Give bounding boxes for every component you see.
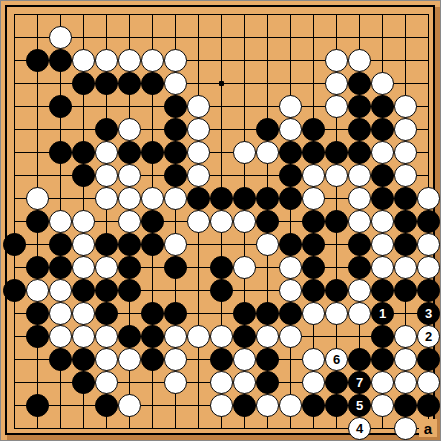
- black-stone: [325, 210, 348, 233]
- black-stone: [95, 302, 118, 325]
- go-board-diagram: 1326754a: [0, 0, 441, 441]
- white-stone: [118, 164, 141, 187]
- white-stone: [164, 325, 187, 348]
- white-stone: [279, 279, 302, 302]
- black-stone: [371, 187, 394, 210]
- white-stone: [95, 49, 118, 72]
- white-stone: [233, 141, 256, 164]
- black-stone: [26, 302, 49, 325]
- white-stone: [95, 348, 118, 371]
- white-stone: [371, 210, 394, 233]
- black-stone: [279, 141, 302, 164]
- black-stone: [348, 141, 371, 164]
- black-stone: [72, 72, 95, 95]
- black-stone: [164, 95, 187, 118]
- black-stone: [348, 118, 371, 141]
- white-stone: [302, 187, 325, 210]
- black-stone: [256, 118, 279, 141]
- black-stone: [210, 187, 233, 210]
- black-stone: [210, 279, 233, 302]
- white-stone: [348, 210, 371, 233]
- black-stone: [302, 256, 325, 279]
- white-stone: [325, 72, 348, 95]
- white-stone: [164, 72, 187, 95]
- white-stone: [256, 325, 279, 348]
- white-stone: [279, 95, 302, 118]
- black-stone: [256, 210, 279, 233]
- numbered-white-stone: 2: [417, 325, 440, 348]
- white-stone: [187, 141, 210, 164]
- white-stone: [187, 325, 210, 348]
- white-stone: [394, 118, 417, 141]
- white-stone: [233, 371, 256, 394]
- white-stone: [187, 210, 210, 233]
- black-stone: [279, 164, 302, 187]
- white-stone: [348, 164, 371, 187]
- white-stone: [279, 394, 302, 417]
- white-stone: [141, 49, 164, 72]
- black-stone: [302, 394, 325, 417]
- black-stone: [302, 279, 325, 302]
- white-stone: [394, 256, 417, 279]
- black-stone: [256, 371, 279, 394]
- white-stone: [325, 49, 348, 72]
- black-stone: [164, 141, 187, 164]
- white-stone: [118, 210, 141, 233]
- black-stone: [95, 72, 118, 95]
- black-stone: [72, 371, 95, 394]
- white-stone: [371, 394, 394, 417]
- white-stone: [233, 210, 256, 233]
- black-stone: [49, 348, 72, 371]
- black-stone: [164, 164, 187, 187]
- white-stone: [210, 394, 233, 417]
- black-stone: [118, 72, 141, 95]
- black-stone: [49, 95, 72, 118]
- black-stone: [302, 141, 325, 164]
- black-stone: [118, 325, 141, 348]
- numbered-white-stone: 4: [348, 417, 371, 440]
- white-stone: [118, 49, 141, 72]
- numbered-black-stone: 5: [348, 394, 371, 417]
- black-stone: [371, 279, 394, 302]
- black-stone: [187, 187, 210, 210]
- white-stone: [371, 141, 394, 164]
- white-stone: [164, 187, 187, 210]
- black-stone: [26, 394, 49, 417]
- white-stone: [256, 394, 279, 417]
- white-stone: [394, 371, 417, 394]
- white-stone: [49, 325, 72, 348]
- black-stone: [49, 233, 72, 256]
- black-stone: [371, 348, 394, 371]
- white-stone: [279, 256, 302, 279]
- black-stone: [95, 118, 118, 141]
- black-stone: [141, 72, 164, 95]
- white-stone: [164, 348, 187, 371]
- white-stone: [371, 371, 394, 394]
- white-stone: [394, 417, 417, 440]
- black-stone: [141, 141, 164, 164]
- white-stone: [210, 371, 233, 394]
- white-stone: [141, 187, 164, 210]
- white-stone: [302, 164, 325, 187]
- white-stone: [72, 210, 95, 233]
- white-stone: [371, 256, 394, 279]
- white-stone: [49, 302, 72, 325]
- black-stone: [49, 49, 72, 72]
- white-stone: [348, 302, 371, 325]
- black-stone: [72, 164, 95, 187]
- white-stone: [187, 118, 210, 141]
- black-stone: [210, 256, 233, 279]
- black-stone: [141, 210, 164, 233]
- white-stone: [187, 95, 210, 118]
- white-stone: [72, 49, 95, 72]
- black-stone: [325, 141, 348, 164]
- board-shadow-bottom: [7, 434, 440, 441]
- white-stone: [302, 371, 325, 394]
- grid-line-vertical: [290, 14, 291, 429]
- white-stone: [256, 233, 279, 256]
- white-stone: [394, 164, 417, 187]
- numbered-white-stone: 6: [325, 348, 348, 371]
- black-stone: [348, 72, 371, 95]
- white-stone: [72, 302, 95, 325]
- black-stone: [233, 187, 256, 210]
- black-stone: [302, 118, 325, 141]
- black-stone: [256, 348, 279, 371]
- black-stone: [26, 49, 49, 72]
- black-stone: [118, 141, 141, 164]
- white-stone: [394, 141, 417, 164]
- black-stone: [26, 325, 49, 348]
- black-stone: [3, 233, 26, 256]
- white-stone: [118, 348, 141, 371]
- white-stone: [256, 141, 279, 164]
- black-stone: [118, 233, 141, 256]
- white-stone: [164, 49, 187, 72]
- black-stone: [233, 394, 256, 417]
- black-stone: [233, 325, 256, 348]
- black-stone: [95, 233, 118, 256]
- black-stone: [417, 394, 440, 417]
- white-stone: [325, 302, 348, 325]
- black-stone: [141, 233, 164, 256]
- white-stone: [325, 164, 348, 187]
- black-stone: [371, 118, 394, 141]
- black-stone: [164, 118, 187, 141]
- point-label-a: a: [419, 419, 437, 437]
- black-stone: [348, 256, 371, 279]
- white-stone: [371, 233, 394, 256]
- white-stone: [417, 371, 440, 394]
- black-stone: [417, 348, 440, 371]
- black-stone: [141, 348, 164, 371]
- white-stone: [417, 187, 440, 210]
- white-stone: [210, 210, 233, 233]
- white-stone: [72, 233, 95, 256]
- black-stone: [26, 210, 49, 233]
- black-stone: [302, 210, 325, 233]
- white-stone: [95, 371, 118, 394]
- black-stone: [348, 233, 371, 256]
- white-stone: [118, 118, 141, 141]
- black-stone: [95, 279, 118, 302]
- white-stone: [49, 279, 72, 302]
- black-stone: [417, 210, 440, 233]
- white-stone: [118, 187, 141, 210]
- white-stone: [348, 49, 371, 72]
- star-point: [219, 81, 224, 86]
- white-stone: [348, 279, 371, 302]
- white-stone: [49, 210, 72, 233]
- white-stone: [394, 325, 417, 348]
- black-stone: [233, 302, 256, 325]
- black-stone: [394, 279, 417, 302]
- white-stone: [417, 233, 440, 256]
- black-stone: [325, 279, 348, 302]
- white-stone: [164, 233, 187, 256]
- black-stone: [118, 279, 141, 302]
- white-stone: [187, 164, 210, 187]
- black-stone: [95, 394, 118, 417]
- black-stone: [371, 164, 394, 187]
- black-stone: [141, 302, 164, 325]
- white-stone: [26, 279, 49, 302]
- black-stone: [394, 210, 417, 233]
- white-stone: [233, 348, 256, 371]
- black-stone: [164, 256, 187, 279]
- black-stone: [49, 141, 72, 164]
- black-stone: [417, 279, 440, 302]
- white-stone: [72, 256, 95, 279]
- white-stone: [118, 394, 141, 417]
- black-stone: [348, 348, 371, 371]
- white-stone: [325, 95, 348, 118]
- black-stone: [348, 95, 371, 118]
- numbered-black-stone: 3: [417, 302, 440, 325]
- white-stone: [394, 348, 417, 371]
- white-stone: [95, 187, 118, 210]
- black-stone: [394, 187, 417, 210]
- numbered-black-stone: 7: [348, 371, 371, 394]
- white-stone: [210, 325, 233, 348]
- black-stone: [210, 348, 233, 371]
- white-stone: [95, 141, 118, 164]
- white-stone: [302, 348, 325, 371]
- numbered-black-stone: 1: [371, 302, 394, 325]
- black-stone: [279, 187, 302, 210]
- black-stone: [302, 233, 325, 256]
- white-stone: [164, 371, 187, 394]
- white-stone: [348, 187, 371, 210]
- black-stone: [141, 325, 164, 348]
- black-stone: [72, 141, 95, 164]
- black-stone: [279, 233, 302, 256]
- white-stone: [394, 95, 417, 118]
- white-stone: [417, 256, 440, 279]
- black-stone: [3, 279, 26, 302]
- white-stone: [72, 325, 95, 348]
- white-stone: [279, 325, 302, 348]
- black-stone: [26, 256, 49, 279]
- white-stone: [49, 26, 72, 49]
- white-stone: [302, 302, 325, 325]
- white-stone: [279, 118, 302, 141]
- black-stone: [371, 95, 394, 118]
- black-stone: [279, 302, 302, 325]
- black-stone: [325, 371, 348, 394]
- black-stone: [256, 187, 279, 210]
- black-stone: [394, 394, 417, 417]
- white-stone: [95, 164, 118, 187]
- black-stone: [325, 394, 348, 417]
- black-stone: [256, 302, 279, 325]
- black-stone: [118, 256, 141, 279]
- white-stone: [371, 72, 394, 95]
- white-stone: [233, 256, 256, 279]
- black-stone: [164, 302, 187, 325]
- black-stone: [72, 279, 95, 302]
- black-stone: [49, 256, 72, 279]
- white-stone: [26, 187, 49, 210]
- white-stone: [95, 325, 118, 348]
- black-stone: [371, 325, 394, 348]
- white-stone: [95, 256, 118, 279]
- black-stone: [394, 233, 417, 256]
- black-stone: [72, 348, 95, 371]
